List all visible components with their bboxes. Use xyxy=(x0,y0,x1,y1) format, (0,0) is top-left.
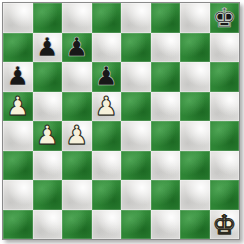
square-b2[interactable] xyxy=(33,180,63,210)
square-a3[interactable] xyxy=(3,151,33,181)
white-pawn: ♟ xyxy=(65,121,88,151)
square-b8[interactable] xyxy=(33,3,63,33)
square-a5[interactable]: ♟ xyxy=(3,92,33,122)
square-f2[interactable] xyxy=(151,180,181,210)
black-pawn: ♟ xyxy=(6,62,29,92)
white-king: ♚ xyxy=(212,210,236,240)
square-h7[interactable] xyxy=(210,33,240,63)
square-b3[interactable] xyxy=(33,151,63,181)
black-pawn: ♟ xyxy=(36,33,59,63)
square-d6[interactable]: ♟ xyxy=(92,62,122,92)
square-g4[interactable] xyxy=(180,121,210,151)
square-b4[interactable]: ♟ xyxy=(33,121,63,151)
square-g7[interactable] xyxy=(180,33,210,63)
square-c1[interactable] xyxy=(62,210,92,240)
square-c6[interactable] xyxy=(62,62,92,92)
square-b1[interactable] xyxy=(33,210,63,240)
square-e7[interactable] xyxy=(121,33,151,63)
square-f8[interactable] xyxy=(151,3,181,33)
square-f1[interactable] xyxy=(151,210,181,240)
square-h6[interactable] xyxy=(210,62,240,92)
square-e4[interactable] xyxy=(121,121,151,151)
square-a6[interactable]: ♟ xyxy=(3,62,33,92)
square-d2[interactable] xyxy=(92,180,122,210)
square-a8[interactable] xyxy=(3,3,33,33)
square-g5[interactable] xyxy=(180,92,210,122)
white-pawn: ♟ xyxy=(36,121,59,151)
square-a2[interactable] xyxy=(3,180,33,210)
square-d8[interactable] xyxy=(92,3,122,33)
square-c8[interactable] xyxy=(62,3,92,33)
square-d5[interactable]: ♟ xyxy=(92,92,122,122)
square-e3[interactable] xyxy=(121,151,151,181)
square-g8[interactable] xyxy=(180,3,210,33)
square-e2[interactable] xyxy=(121,180,151,210)
square-c3[interactable] xyxy=(62,151,92,181)
square-g3[interactable] xyxy=(180,151,210,181)
square-e5[interactable] xyxy=(121,92,151,122)
white-pawn: ♟ xyxy=(95,92,118,122)
square-h1[interactable]: ♚ xyxy=(210,210,240,240)
square-h3[interactable] xyxy=(210,151,240,181)
black-pawn: ♟ xyxy=(95,62,118,92)
square-f5[interactable] xyxy=(151,92,181,122)
square-b5[interactable] xyxy=(33,92,63,122)
square-d4[interactable] xyxy=(92,121,122,151)
board-grid: ♚♟♟♟♟♟♟♟♟♚ xyxy=(3,3,239,239)
square-h5[interactable] xyxy=(210,92,240,122)
square-c4[interactable]: ♟ xyxy=(62,121,92,151)
square-c7[interactable]: ♟ xyxy=(62,33,92,63)
square-a4[interactable] xyxy=(3,121,33,151)
square-g1[interactable] xyxy=(180,210,210,240)
square-f4[interactable] xyxy=(151,121,181,151)
square-h8[interactable]: ♚ xyxy=(210,3,240,33)
square-d1[interactable] xyxy=(92,210,122,240)
square-c2[interactable] xyxy=(62,180,92,210)
square-d3[interactable] xyxy=(92,151,122,181)
square-e1[interactable] xyxy=(121,210,151,240)
square-f6[interactable] xyxy=(151,62,181,92)
square-f3[interactable] xyxy=(151,151,181,181)
square-h4[interactable] xyxy=(210,121,240,151)
square-a1[interactable] xyxy=(3,210,33,240)
square-a7[interactable] xyxy=(3,33,33,63)
square-f7[interactable] xyxy=(151,33,181,63)
square-b6[interactable] xyxy=(33,62,63,92)
black-pawn: ♟ xyxy=(65,33,88,63)
square-e8[interactable] xyxy=(121,3,151,33)
square-e6[interactable] xyxy=(121,62,151,92)
square-h2[interactable] xyxy=(210,180,240,210)
chessboard: ♚♟♟♟♟♟♟♟♟♚ xyxy=(2,2,240,240)
black-king: ♚ xyxy=(212,3,236,33)
square-d7[interactable] xyxy=(92,33,122,63)
white-pawn: ♟ xyxy=(6,92,29,122)
square-g6[interactable] xyxy=(180,62,210,92)
square-g2[interactable] xyxy=(180,180,210,210)
square-c5[interactable] xyxy=(62,92,92,122)
square-b7[interactable]: ♟ xyxy=(33,33,63,63)
